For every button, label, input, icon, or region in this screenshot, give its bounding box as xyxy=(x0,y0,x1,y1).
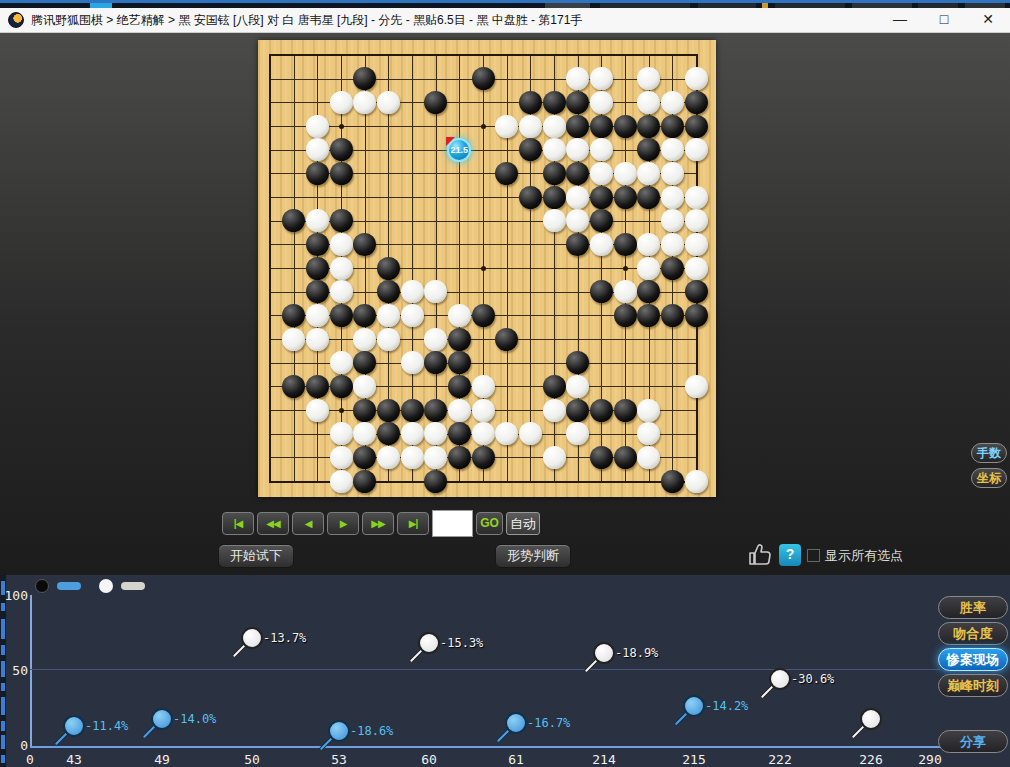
white-stone xyxy=(685,233,708,256)
white-stone xyxy=(306,115,329,138)
black-stone xyxy=(614,115,637,138)
black-stone xyxy=(685,280,708,303)
white-winrate-pin[interactable] xyxy=(418,632,440,654)
white-stone xyxy=(377,304,400,327)
move-numbers-button[interactable]: 手数 xyxy=(971,443,1007,463)
white-stone xyxy=(685,186,708,209)
white-stone xyxy=(685,138,708,161)
auto-play-button[interactable]: 自动 xyxy=(506,512,540,535)
white-winrate-pin[interactable] xyxy=(860,708,882,730)
black-winrate-pin[interactable] xyxy=(505,712,527,734)
y-tick-label: 0 xyxy=(2,738,28,753)
white-stone xyxy=(448,399,471,422)
black-stone xyxy=(306,375,329,398)
black-stone xyxy=(614,233,637,256)
star-point xyxy=(339,124,344,129)
white-stone xyxy=(661,233,684,256)
ai-move-marker[interactable]: 21.5 xyxy=(447,138,471,162)
white-stone xyxy=(401,280,424,303)
white-stone xyxy=(306,209,329,232)
minimize-button[interactable]: — xyxy=(878,8,922,32)
black-stone xyxy=(282,304,305,327)
gridline-50 xyxy=(30,669,940,670)
winrate-chart: 1005000434950536061214215222226290-11.4%… xyxy=(0,575,1010,767)
white-stone xyxy=(401,422,424,445)
white-stone xyxy=(685,257,708,280)
white-stone xyxy=(637,399,660,422)
show-all-points-label: 显示所有选点 xyxy=(825,547,903,565)
title-bar: 腾讯野狐围棋 > 绝艺精解 > 黑 安国铉 [八段] 对 白 唐韦星 [九段] … xyxy=(0,8,1010,33)
black-stone xyxy=(519,91,542,114)
black-stone xyxy=(472,67,495,90)
black-stone xyxy=(685,115,708,138)
black-stone xyxy=(661,304,684,327)
white-stone xyxy=(543,115,566,138)
white-stone xyxy=(495,115,518,138)
black-stone xyxy=(566,233,589,256)
x-tick-label: 222 xyxy=(768,752,791,767)
coordinates-button[interactable]: 坐标 xyxy=(971,468,1007,488)
white-stone xyxy=(306,328,329,351)
fast-backward-button[interactable]: ◀◀ xyxy=(257,512,289,535)
black-stone xyxy=(590,115,613,138)
marker-corner-flag xyxy=(446,137,455,146)
white-stone xyxy=(614,162,637,185)
white-stone xyxy=(401,351,424,374)
start-trial-button[interactable]: 开始试下 xyxy=(218,544,294,568)
white-stone xyxy=(306,399,329,422)
black-stone xyxy=(495,328,518,351)
black-stone xyxy=(377,257,400,280)
main-area: 21.5 手数 坐标 |◀◀◀◀▶▶▶▶| GO 自动 开始试下 形势判断 ? … xyxy=(0,33,1010,575)
white-stone xyxy=(306,304,329,327)
black-stone xyxy=(543,186,566,209)
black-stone xyxy=(448,375,471,398)
white-stone xyxy=(377,328,400,351)
white-stone xyxy=(543,209,566,232)
black-stone xyxy=(306,162,329,185)
white-winrate-pin[interactable] xyxy=(593,642,615,664)
black-stone xyxy=(377,399,400,422)
winrate-drop-label: -13.7% xyxy=(263,631,306,645)
white-stone xyxy=(590,67,613,90)
black-stone xyxy=(330,375,353,398)
black-stone xyxy=(330,209,353,232)
maximize-button[interactable]: □ xyxy=(922,8,966,32)
winrate-drop-label: -16.7% xyxy=(527,716,570,730)
white-stone xyxy=(377,91,400,114)
black-stone xyxy=(353,233,376,256)
white-stone xyxy=(401,304,424,327)
white-stone xyxy=(448,304,471,327)
move-number-input[interactable] xyxy=(432,510,473,537)
x-tick-label: 61 xyxy=(508,752,524,767)
last-move-button[interactable]: ▶| xyxy=(397,512,429,535)
black-stone xyxy=(448,328,471,351)
white-stone xyxy=(590,233,613,256)
black-stone xyxy=(424,399,447,422)
black-stone xyxy=(637,304,660,327)
black-stone xyxy=(590,209,613,232)
white-stone xyxy=(566,375,589,398)
show-all-points-checkbox[interactable] xyxy=(807,549,820,562)
black-stone xyxy=(472,304,495,327)
white-stone xyxy=(590,138,613,161)
white-stone xyxy=(685,375,708,398)
white-stone xyxy=(519,422,542,445)
white-stone xyxy=(330,351,353,374)
position-judgement-button[interactable]: 形势判断 xyxy=(495,544,571,568)
app-logo-icon xyxy=(8,12,24,28)
white-stone xyxy=(330,91,353,114)
black-stone xyxy=(590,186,613,209)
white-stone xyxy=(661,209,684,232)
white-stone xyxy=(330,257,353,280)
winrate-drop-label: -14.2% xyxy=(705,699,748,713)
black-stone xyxy=(424,91,447,114)
black-stone xyxy=(590,280,613,303)
white-stone xyxy=(543,446,566,469)
white-stone xyxy=(637,162,660,185)
app-window: 腾讯野狐围棋 > 绝艺精解 > 黑 安国铉 [八段] 对 白 唐韦星 [九段] … xyxy=(0,0,1010,767)
thumbs-up-icon[interactable] xyxy=(747,541,773,567)
white-stone xyxy=(472,422,495,445)
black-stone xyxy=(637,115,660,138)
black-stone xyxy=(566,162,589,185)
x-axis xyxy=(30,746,940,748)
black-stone xyxy=(661,115,684,138)
white-stone xyxy=(519,115,542,138)
white-stone xyxy=(661,138,684,161)
black-stone xyxy=(353,446,376,469)
white-stone xyxy=(590,162,613,185)
white-stone xyxy=(330,422,353,445)
window-controls: — □ ✕ xyxy=(878,8,1010,32)
y-tick-label: 100 xyxy=(2,588,28,603)
black-winrate-pin[interactable] xyxy=(328,720,350,742)
x-tick-label: 214 xyxy=(592,752,615,767)
white-stone xyxy=(424,328,447,351)
black-stone xyxy=(614,399,637,422)
white-winrate-pin[interactable] xyxy=(769,668,791,690)
menu-peak-moment-button[interactable]: 巅峰时刻 xyxy=(938,674,1008,697)
white-stone xyxy=(330,233,353,256)
x-tick-label: 53 xyxy=(331,752,347,767)
white-stone xyxy=(306,138,329,161)
x-tick-label: 60 xyxy=(421,752,437,767)
white-stone xyxy=(472,399,495,422)
go-board[interactable]: 21.5 xyxy=(258,40,716,497)
white-stone xyxy=(685,67,708,90)
winrate-drop-label: -11.4% xyxy=(85,719,128,733)
white-stone xyxy=(424,446,447,469)
chart-legend xyxy=(35,579,163,593)
black-stone xyxy=(401,399,424,422)
menu-match-degree-button[interactable]: 吻合度 xyxy=(938,622,1008,645)
black-stone xyxy=(566,91,589,114)
fast-forward-button[interactable]: ▶▶ xyxy=(362,512,394,535)
y-axis xyxy=(30,595,32,747)
black-stone xyxy=(566,115,589,138)
white-stone xyxy=(661,186,684,209)
black-winrate-pin[interactable] xyxy=(151,708,173,730)
share-button[interactable]: 分享 xyxy=(938,730,1008,753)
winrate-drop-label: -18.6% xyxy=(350,724,393,738)
white-stone xyxy=(543,138,566,161)
x-tick-label: 49 xyxy=(154,752,170,767)
black-stone xyxy=(330,162,353,185)
black-stone xyxy=(353,304,376,327)
white-stone xyxy=(330,280,353,303)
black-stone xyxy=(566,399,589,422)
black-stone xyxy=(543,162,566,185)
black-winrate-pin[interactable] xyxy=(683,695,705,717)
white-stone xyxy=(401,446,424,469)
legend-white-dot xyxy=(99,579,113,593)
white-stone xyxy=(330,470,353,493)
winrate-drop-label: -14.0% xyxy=(173,712,216,726)
white-stone xyxy=(330,446,353,469)
white-stone xyxy=(282,328,305,351)
black-stone xyxy=(661,257,684,280)
x-tick-label: 43 xyxy=(66,752,82,767)
black-stone xyxy=(448,422,471,445)
first-move-button[interactable]: |◀ xyxy=(222,512,254,535)
star-point xyxy=(481,124,486,129)
black-stone xyxy=(614,446,637,469)
white-stone xyxy=(614,280,637,303)
white-stone xyxy=(377,446,400,469)
star-point xyxy=(623,266,628,271)
black-stone xyxy=(543,375,566,398)
black-stone xyxy=(330,304,353,327)
menu-disaster-scene-button[interactable]: 惨案现场 xyxy=(938,648,1008,671)
black-stone xyxy=(306,233,329,256)
black-stone xyxy=(306,280,329,303)
go-button[interactable]: GO xyxy=(476,512,503,535)
black-winrate-pin[interactable] xyxy=(63,715,85,737)
white-stone xyxy=(472,375,495,398)
black-stone xyxy=(637,186,660,209)
white-stone xyxy=(590,91,613,114)
legend-white-line xyxy=(121,582,145,590)
white-winrate-pin[interactable] xyxy=(241,627,263,649)
black-stone xyxy=(353,399,376,422)
black-stone xyxy=(448,351,471,374)
help-button[interactable]: ? xyxy=(779,544,801,566)
black-stone xyxy=(353,470,376,493)
x-tick-label: 215 xyxy=(682,752,705,767)
black-stone xyxy=(590,399,613,422)
black-stone xyxy=(519,138,542,161)
breadcrumb: 腾讯野狐围棋 > 绝艺精解 > 黑 安国铉 [八段] 对 白 唐韦星 [九段] … xyxy=(31,12,582,29)
white-stone xyxy=(543,399,566,422)
x-tick-label: 0 xyxy=(26,752,34,767)
white-stone xyxy=(637,446,660,469)
black-stone xyxy=(330,138,353,161)
y-tick-label: 50 xyxy=(2,663,28,678)
menu-winrate-button[interactable]: 胜率 xyxy=(938,596,1008,619)
move-navigation-bar: |◀◀◀◀▶▶▶▶| xyxy=(222,512,432,537)
black-stone xyxy=(543,91,566,114)
white-stone xyxy=(353,91,376,114)
white-stone xyxy=(566,186,589,209)
x-tick-label: 50 xyxy=(244,752,260,767)
white-stone xyxy=(661,162,684,185)
close-button[interactable]: ✕ xyxy=(966,8,1010,32)
black-stone xyxy=(495,162,518,185)
white-stone xyxy=(353,375,376,398)
black-stone xyxy=(614,186,637,209)
background-window-strip xyxy=(0,0,1010,8)
white-stone xyxy=(661,91,684,114)
black-stone xyxy=(377,422,400,445)
white-stone xyxy=(353,328,376,351)
black-stone xyxy=(472,446,495,469)
black-stone xyxy=(614,304,637,327)
winrate-drop-label: -15.3% xyxy=(440,636,483,650)
black-stone xyxy=(377,280,400,303)
white-stone xyxy=(637,257,660,280)
forward-button[interactable]: ▶ xyxy=(327,512,359,535)
black-stone xyxy=(519,186,542,209)
black-stone xyxy=(282,375,305,398)
white-stone xyxy=(685,209,708,232)
black-stone xyxy=(685,91,708,114)
black-stone xyxy=(590,446,613,469)
black-stone xyxy=(306,257,329,280)
x-tick-label: 226 xyxy=(859,752,882,767)
black-stone xyxy=(448,446,471,469)
star-point xyxy=(339,408,344,413)
backward-button[interactable]: ◀ xyxy=(292,512,324,535)
black-stone xyxy=(661,470,684,493)
legend-black-line xyxy=(57,582,81,590)
x-tick-label: 290 xyxy=(918,752,941,767)
winrate-drop-label: -18.9% xyxy=(615,646,658,660)
white-stone xyxy=(685,470,708,493)
black-stone xyxy=(685,304,708,327)
star-point xyxy=(481,266,486,271)
legend-black-dot xyxy=(35,579,49,593)
white-stone xyxy=(637,233,660,256)
white-stone xyxy=(637,91,660,114)
winrate-drop-label: -30.6% xyxy=(791,672,834,686)
black-stone xyxy=(424,470,447,493)
